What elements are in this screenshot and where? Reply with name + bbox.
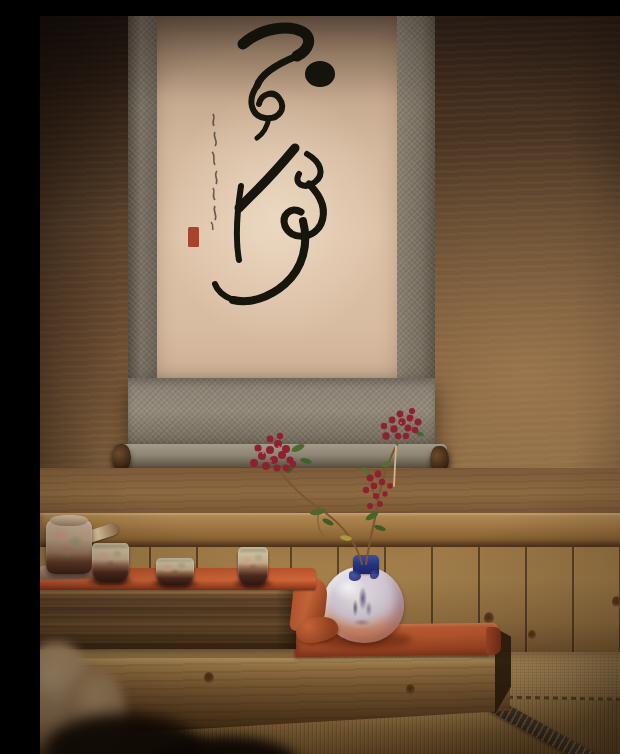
wood-knot (406, 684, 415, 695)
vase-painted-motif (341, 584, 383, 632)
wood-knot (528, 630, 536, 640)
tea-room-photo (40, 16, 620, 754)
teapot-lid (50, 515, 88, 526)
red-seal-stamp (188, 227, 199, 247)
berry-branches (170, 401, 440, 581)
signature-column (211, 114, 217, 230)
berry-cluster-right-mid (363, 471, 393, 509)
tea-cup-1 (92, 543, 129, 582)
wood-knot (612, 596, 620, 608)
leaves (285, 431, 425, 542)
berry-cluster-right-top (381, 408, 422, 440)
roller-knob-left (112, 444, 131, 471)
wood-knot (204, 672, 214, 684)
side-handle-teapot (46, 520, 92, 574)
orange-cloth-end (486, 627, 501, 654)
calligraphy-artwork (157, 16, 397, 379)
berry-cluster-left (250, 433, 296, 472)
calligraphy-characters (215, 28, 335, 301)
upper-step-face (40, 587, 296, 649)
